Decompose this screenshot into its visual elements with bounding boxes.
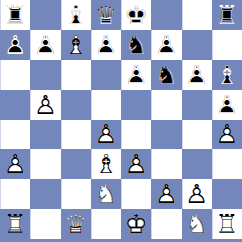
square-e5[interactable] [121, 90, 151, 120]
chess-app: ♜♖♝♗♛♕♚♔♜♖♟♙♟♙♝♗♟♙♞♘♟♙♟♙♞♘♟♙♝♗♟♙♟♙♟♙♟♙♟♙… [0, 0, 242, 242]
square-c5[interactable] [61, 90, 91, 120]
piece-outline: ♙ [212, 120, 242, 150]
square-g4[interactable] [182, 120, 212, 150]
piece-outline: ♙ [151, 179, 181, 209]
white-bishop-icon[interactable]: ♝♗ [91, 149, 121, 179]
piece-outline: ♙ [121, 149, 151, 179]
black-knight-icon[interactable]: ♞♘ [121, 30, 151, 60]
piece-outline: ♖ [212, 209, 242, 239]
piece-outline: ♘ [151, 60, 181, 90]
piece-outline: ♖ [0, 209, 30, 239]
square-b2[interactable] [30, 179, 60, 209]
square-d3[interactable]: ♝♗ [91, 149, 121, 179]
square-d6[interactable] [91, 60, 121, 90]
white-king-icon[interactable]: ♚♔ [121, 209, 151, 239]
square-h7[interactable] [212, 30, 242, 60]
white-pawn-icon[interactable]: ♟♙ [182, 179, 212, 209]
square-e8[interactable]: ♚♔ [121, 0, 151, 30]
square-a6[interactable] [0, 60, 30, 90]
square-b3[interactable] [30, 149, 60, 179]
square-a5[interactable] [0, 90, 30, 120]
piece-outline: ♙ [91, 30, 121, 60]
square-e2[interactable] [121, 179, 151, 209]
square-b5[interactable]: ♟♙ [30, 90, 60, 120]
black-queen-icon[interactable]: ♛♕ [91, 0, 121, 30]
square-d4[interactable]: ♟♙ [91, 120, 121, 150]
square-a2[interactable] [0, 179, 30, 209]
piece-outline: ♙ [151, 30, 181, 60]
piece-outline: ♗ [61, 0, 91, 30]
square-b4[interactable] [30, 120, 60, 150]
piece-outline: ♙ [30, 90, 60, 120]
white-bishop-icon[interactable]: ♝♗ [61, 30, 91, 60]
square-f4[interactable] [151, 120, 181, 150]
piece-outline: ♙ [0, 149, 30, 179]
white-pawn-icon[interactable]: ♟♙ [0, 149, 30, 179]
white-pawn-icon[interactable]: ♟♙ [212, 120, 242, 150]
black-rook-icon[interactable]: ♜♖ [0, 0, 30, 30]
square-g3[interactable] [182, 149, 212, 179]
square-a1[interactable]: ♜♖ [0, 209, 30, 239]
square-h8[interactable]: ♜♖ [212, 0, 242, 30]
square-e3[interactable]: ♟♙ [121, 149, 151, 179]
square-e4[interactable] [121, 120, 151, 150]
piece-outline: ♘ [121, 30, 151, 60]
square-c3[interactable] [61, 149, 91, 179]
white-pawn-icon[interactable]: ♟♙ [91, 120, 121, 150]
piece-outline: ♗ [212, 60, 242, 90]
square-h5[interactable]: ♟♙ [212, 90, 242, 120]
square-f3[interactable] [151, 149, 181, 179]
square-g7[interactable] [182, 30, 212, 60]
piece-outline: ♘ [91, 179, 121, 209]
piece-outline: ♙ [0, 30, 30, 60]
piece-outline: ♗ [91, 149, 121, 179]
white-queen-icon[interactable]: ♛♕ [61, 209, 91, 239]
square-b1[interactable] [30, 209, 60, 239]
piece-outline: ♔ [121, 209, 151, 239]
square-e6[interactable]: ♟♙ [121, 60, 151, 90]
square-f2[interactable]: ♟♙ [151, 179, 181, 209]
square-f5[interactable] [151, 90, 181, 120]
chess-board: ♜♖♝♗♛♕♚♔♜♖♟♙♟♙♝♗♟♙♞♘♟♙♟♙♞♘♟♙♝♗♟♙♟♙♟♙♟♙♟♙… [0, 0, 242, 239]
square-c1[interactable]: ♛♕ [61, 209, 91, 239]
black-pawn-icon[interactable]: ♟♙ [212, 90, 242, 120]
white-pawn-icon[interactable]: ♟♙ [151, 179, 181, 209]
square-a3[interactable]: ♟♙ [0, 149, 30, 179]
square-f6[interactable]: ♞♘ [151, 60, 181, 90]
black-king-icon[interactable]: ♚♔ [121, 0, 151, 30]
piece-outline: ♖ [0, 0, 30, 30]
square-c8[interactable]: ♝♗ [61, 0, 91, 30]
black-bishop-icon[interactable]: ♝♗ [61, 0, 91, 30]
square-a8[interactable]: ♜♖ [0, 0, 30, 30]
square-h3[interactable] [212, 149, 242, 179]
square-h1[interactable]: ♜♖ [212, 209, 242, 239]
piece-outline: ♙ [212, 90, 242, 120]
piece-outline: ♖ [212, 0, 242, 30]
square-b6[interactable] [30, 60, 60, 90]
square-g1[interactable]: ♞♘ [182, 209, 212, 239]
square-f7[interactable]: ♟♙ [151, 30, 181, 60]
white-pawn-icon[interactable]: ♟♙ [121, 149, 151, 179]
square-b7[interactable]: ♟♙ [30, 30, 60, 60]
piece-outline: ♙ [182, 179, 212, 209]
square-e1[interactable]: ♚♔ [121, 209, 151, 239]
piece-outline: ♔ [121, 0, 151, 30]
piece-outline: ♘ [182, 209, 212, 239]
black-pawn-icon[interactable]: ♟♙ [0, 30, 30, 60]
black-pawn-icon[interactable]: ♟♙ [121, 60, 151, 90]
piece-outline: ♙ [30, 30, 60, 60]
square-f8[interactable] [151, 0, 181, 30]
square-d8[interactable]: ♛♕ [91, 0, 121, 30]
square-e7[interactable]: ♞♘ [121, 30, 151, 60]
piece-outline: ♙ [121, 60, 151, 90]
white-rook-icon[interactable]: ♜♖ [212, 209, 242, 239]
square-a4[interactable] [0, 120, 30, 150]
piece-outline: ♕ [61, 209, 91, 239]
piece-outline: ♙ [182, 60, 212, 90]
square-g6[interactable]: ♟♙ [182, 60, 212, 90]
white-knight-icon[interactable]: ♞♘ [182, 209, 212, 239]
white-pawn-icon[interactable]: ♟♙ [30, 90, 60, 120]
black-knight-icon[interactable]: ♞♘ [151, 60, 181, 90]
square-d2[interactable]: ♞♘ [91, 179, 121, 209]
square-c2[interactable] [61, 179, 91, 209]
square-f1[interactable] [151, 209, 181, 239]
piece-outline: ♙ [91, 120, 121, 150]
square-a7[interactable]: ♟♙ [0, 30, 30, 60]
black-pawn-icon[interactable]: ♟♙ [30, 30, 60, 60]
black-bishop-icon[interactable]: ♝♗ [212, 60, 242, 90]
square-g2[interactable]: ♟♙ [182, 179, 212, 209]
white-knight-icon[interactable]: ♞♘ [91, 179, 121, 209]
square-b8[interactable] [30, 0, 60, 30]
square-c4[interactable] [61, 120, 91, 150]
square-h4[interactable]: ♟♙ [212, 120, 242, 150]
square-c6[interactable] [61, 60, 91, 90]
white-rook-icon[interactable]: ♜♖ [0, 209, 30, 239]
square-g5[interactable] [182, 90, 212, 120]
square-h2[interactable] [212, 179, 242, 209]
piece-outline: ♗ [61, 30, 91, 60]
square-h6[interactable]: ♝♗ [212, 60, 242, 90]
black-pawn-icon[interactable]: ♟♙ [182, 60, 212, 90]
square-c7[interactable]: ♝♗ [61, 30, 91, 60]
square-d5[interactable] [91, 90, 121, 120]
piece-outline: ♕ [91, 0, 121, 30]
square-d1[interactable] [91, 209, 121, 239]
square-g8[interactable] [182, 0, 212, 30]
square-d7[interactable]: ♟♙ [91, 30, 121, 60]
black-pawn-icon[interactable]: ♟♙ [91, 30, 121, 60]
black-pawn-icon[interactable]: ♟♙ [151, 30, 181, 60]
black-rook-icon[interactable]: ♜♖ [212, 0, 242, 30]
